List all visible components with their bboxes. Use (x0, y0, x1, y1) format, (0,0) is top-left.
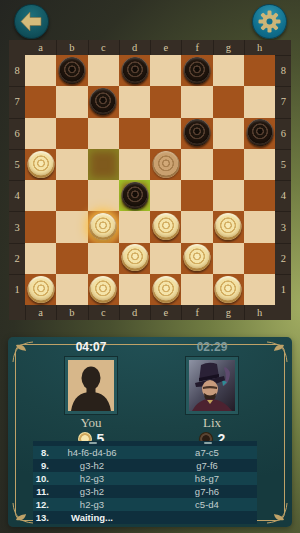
rank-label-left-3: 3 (9, 211, 25, 242)
app-screen: abcdefgh8877665544332211abcdefgh 04:07 Y… (0, 0, 300, 533)
dark-piece-d8[interactable] (121, 57, 148, 84)
dark-piece-h6[interactable] (246, 119, 273, 146)
square-g4[interactable] (213, 180, 244, 211)
game-info-panel: 04:07 You 5 02:29 (8, 337, 292, 527)
square-e4[interactable] (150, 180, 181, 211)
square-a1[interactable] (25, 274, 56, 305)
square-g3[interactable] (213, 211, 244, 242)
square-b3[interactable] (56, 211, 87, 242)
move-black: c5-d4 (135, 498, 257, 511)
square-c4[interactable] (88, 180, 119, 211)
rank-label-left-7: 7 (9, 86, 25, 117)
avatar-you (65, 357, 117, 414)
rank-label-left-4: 4 (9, 180, 25, 211)
frame-flourish (266, 341, 288, 363)
square-b7[interactable] (56, 86, 87, 117)
file-label-bottom-b: b (56, 305, 87, 320)
dark-piece-c7[interactable] (90, 88, 117, 115)
file-label-bottom-a: a (25, 305, 56, 320)
square-h2[interactable] (244, 243, 275, 274)
square-d8[interactable] (119, 55, 150, 86)
rank-label-right-6: 6 (275, 118, 291, 149)
file-label-a: a (25, 40, 56, 55)
move-row: 13.Waiting... (33, 511, 257, 524)
move-black: g7-f6 (135, 459, 257, 472)
square-b6[interactable] (56, 118, 87, 149)
square-a6[interactable] (25, 118, 56, 149)
square-g8[interactable] (213, 55, 244, 86)
square-d6[interactable] (119, 118, 150, 149)
square-e2[interactable] (150, 243, 181, 274)
move-black: g7-h6 (135, 485, 257, 498)
dark-piece-f8[interactable] (184, 57, 211, 84)
square-f8[interactable] (181, 55, 212, 86)
square-b5[interactable] (56, 149, 87, 180)
square-c8[interactable] (88, 55, 119, 86)
dark-piece-b8[interactable] (58, 57, 85, 84)
move-black (135, 511, 257, 524)
rank-label-right-2: 2 (275, 243, 291, 274)
square-c1[interactable] (88, 274, 119, 305)
move-number: 11. (33, 485, 49, 498)
square-c3[interactable] (88, 211, 119, 242)
move-number: 9. (33, 459, 49, 472)
timer-you: 04:07 (38, 340, 144, 354)
square-e8[interactable] (150, 55, 181, 86)
square-c7[interactable] (88, 86, 119, 117)
square-d3[interactable] (119, 211, 150, 242)
player-name-lix: Lix (159, 415, 265, 430)
square-b1[interactable] (56, 274, 87, 305)
timer-lix: 02:29 (159, 340, 265, 354)
white-piece-c1[interactable] (90, 276, 117, 303)
frame-flourish (266, 502, 288, 524)
rank-label-right-3: 3 (275, 211, 291, 242)
ghost-hint-piece-e5 (152, 150, 179, 177)
move-row: 10.h2-g3h8-g7 (33, 472, 257, 485)
rank-label-left-8: 8 (9, 55, 25, 86)
white-piece-e1[interactable] (152, 276, 179, 303)
avatar-lix (186, 357, 238, 414)
move-white: h2-g3 (49, 472, 135, 485)
square-d4[interactable] (119, 180, 150, 211)
square-d1[interactable] (119, 274, 150, 305)
move-white: g3-h2 (49, 485, 135, 498)
file-label-f: f (181, 40, 212, 55)
file-label-c: c (88, 40, 119, 55)
file-label-bottom-g: g (213, 305, 244, 320)
square-h8[interactable] (244, 55, 275, 86)
square-g2[interactable] (213, 243, 244, 274)
player-lix: 02:29 (159, 340, 265, 447)
square-d2[interactable] (119, 243, 150, 274)
silhouette-avatar-icon (68, 360, 114, 411)
player-name-you: You (38, 415, 144, 430)
square-h1[interactable] (244, 274, 275, 305)
move-row: 9.g3-h2g7-f6 (33, 459, 257, 472)
back-arrow-icon (15, 5, 48, 38)
file-label-e: e (150, 40, 181, 55)
square-c5[interactable] (88, 149, 119, 180)
settings-button[interactable] (252, 4, 287, 39)
white-piece-c3[interactable] (90, 213, 117, 240)
rank-label-right-8: 8 (275, 55, 291, 86)
square-h3[interactable] (244, 211, 275, 242)
portrait-avatar-icon (189, 360, 235, 411)
move-row-clipped (33, 441, 257, 446)
square-g5[interactable] (213, 149, 244, 180)
file-label-b: b (56, 40, 87, 55)
square-f3[interactable] (181, 211, 212, 242)
white-piece-e3[interactable] (152, 213, 179, 240)
move-row: 12.h2-g3c5-d4 (33, 498, 257, 511)
move-black: h8-g7 (135, 472, 257, 485)
file-label-g: g (213, 40, 244, 55)
square-a4[interactable] (25, 180, 56, 211)
rank-label-right-1: 1 (275, 274, 291, 305)
move-black: a7-c5 (135, 446, 257, 459)
back-button[interactable] (14, 4, 49, 39)
square-a8[interactable] (25, 55, 56, 86)
file-label-bottom-d: d (119, 305, 150, 320)
square-f6[interactable] (181, 118, 212, 149)
white-piece-g1[interactable] (215, 276, 242, 303)
square-c2[interactable] (88, 243, 119, 274)
board: abcdefgh8877665544332211abcdefgh (9, 40, 291, 320)
rank-label-right-4: 4 (275, 180, 291, 211)
dark-piece-f6[interactable] (184, 119, 211, 146)
rank-label-left-2: 2 (9, 243, 25, 274)
move-white: Waiting... (49, 511, 135, 524)
square-e3[interactable] (150, 211, 181, 242)
square-d7[interactable] (119, 86, 150, 117)
square-g6[interactable] (213, 118, 244, 149)
move-white: h2-g3 (49, 498, 135, 511)
square-b4[interactable] (56, 180, 87, 211)
move-row: 11.g3-h2g7-h6 (33, 485, 257, 498)
rank-label-left-5: 5 (9, 149, 25, 180)
move-list[interactable]: 8.h4-f6-d4-b6a7-c59.g3-h2g7-f610.h2-g3h8… (33, 441, 257, 524)
white-piece-d2[interactable] (121, 244, 148, 271)
square-f2[interactable] (181, 243, 212, 274)
square-b2[interactable] (56, 243, 87, 274)
white-piece-a5[interactable] (27, 150, 54, 177)
square-f7[interactable] (181, 86, 212, 117)
white-piece-g3[interactable] (215, 213, 242, 240)
square-f4[interactable] (181, 180, 212, 211)
square-h7[interactable] (244, 86, 275, 117)
move-number: 10. (33, 472, 49, 485)
move-number: 8. (33, 446, 49, 459)
square-e1[interactable] (150, 274, 181, 305)
square-a5[interactable] (25, 149, 56, 180)
square-a7[interactable] (25, 86, 56, 117)
square-h4[interactable] (244, 180, 275, 211)
square-a2[interactable] (25, 243, 56, 274)
square-d5[interactable] (119, 149, 150, 180)
square-e7[interactable] (150, 86, 181, 117)
move-number: 12. (33, 498, 49, 511)
square-e6[interactable] (150, 118, 181, 149)
frame-flourish (12, 502, 34, 524)
square-f5[interactable] (181, 149, 212, 180)
square-b8[interactable] (56, 55, 87, 86)
frame-flourish (12, 341, 34, 363)
square-e5[interactable] (150, 149, 181, 180)
rank-label-left-6: 6 (9, 118, 25, 149)
move-row: 8.h4-f6-d4-b6a7-c5 (33, 446, 257, 459)
player-you: 04:07 You 5 (38, 340, 144, 447)
file-label-bottom-f: f (181, 305, 212, 320)
square-g7[interactable] (213, 86, 244, 117)
file-label-d: d (119, 40, 150, 55)
file-label-bottom-c: c (88, 305, 119, 320)
file-label-h: h (244, 40, 275, 55)
square-h6[interactable] (244, 118, 275, 149)
square-a3[interactable] (25, 211, 56, 242)
rank-label-right-7: 7 (275, 86, 291, 117)
move-white: h4-f6-d4-b6 (49, 446, 135, 459)
square-c6[interactable] (88, 118, 119, 149)
move-number: 13. (33, 511, 49, 524)
dark-piece-d4[interactable] (121, 182, 148, 209)
white-piece-a1[interactable] (27, 276, 54, 303)
rank-label-left-1: 1 (9, 274, 25, 305)
white-piece-f2[interactable] (184, 244, 211, 271)
square-h5[interactable] (244, 149, 275, 180)
file-label-bottom-e: e (150, 305, 181, 320)
square-g1[interactable] (213, 274, 244, 305)
file-label-bottom-h: h (244, 305, 275, 320)
square-f1[interactable] (181, 274, 212, 305)
gear-icon (253, 5, 286, 38)
move-white: g3-h2 (49, 459, 135, 472)
rank-label-right-5: 5 (275, 149, 291, 180)
